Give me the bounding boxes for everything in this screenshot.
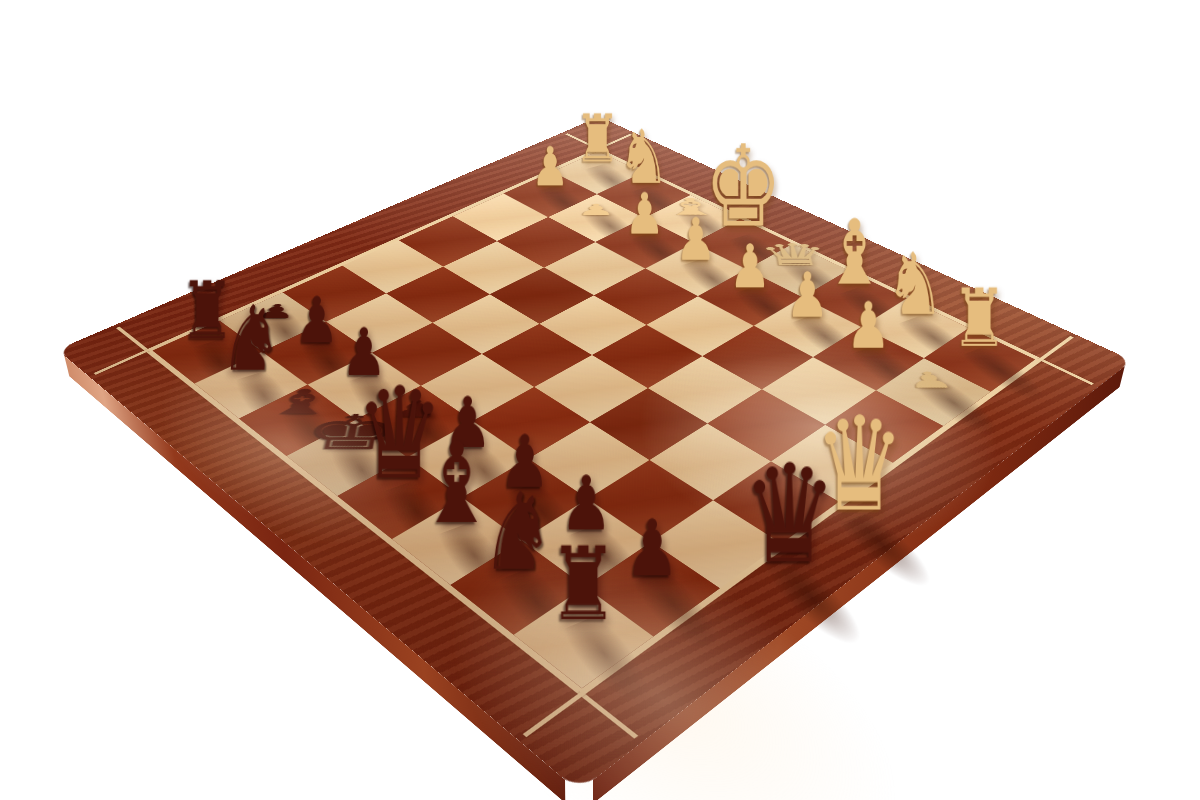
white-bishop-c1[interactable]: ♝ [797, 208, 912, 298]
square-e2[interactable]: ♟ [645, 243, 746, 296]
square-g5[interactable] [386, 267, 490, 323]
square-d3[interactable] [646, 296, 753, 356]
white-king-e1[interactable]: ♚ [689, 131, 798, 244]
white-queen-d1[interactable]: ♛ [737, 240, 853, 270]
white-knight-g1[interactable]: ♞ [592, 120, 695, 195]
white-pawn-h2[interactable]: ♟ [499, 140, 602, 194]
square-f1[interactable]: ♝ [644, 195, 740, 243]
black-rook-a8[interactable]: ♜ [506, 534, 660, 635]
square-e3[interactable] [594, 268, 698, 324]
piece-shadow [730, 285, 815, 339]
white-pawn-e2[interactable]: ♟ [640, 210, 752, 269]
square-h4[interactable] [399, 216, 497, 266]
white-bishop-f1[interactable]: ♝ [638, 195, 745, 218]
photo-canvas: ♜♞♝♚♛♝♞♜♟♟♟♟♟♟♟♟♟♟♟♟♟♟♟♟♜♞♝♚♛♝♞♜ ♛ ♛ [0, 0, 1200, 800]
square-h1[interactable]: ♜ [552, 151, 643, 194]
square-g2[interactable]: ♟ [548, 194, 644, 242]
white-pawn-b2[interactable]: ♟ [807, 294, 929, 358]
square-f5[interactable] [433, 294, 540, 354]
square-g1[interactable]: ♞ [597, 173, 691, 218]
square-e1[interactable]: ♚ [694, 219, 793, 270]
square-e4[interactable] [539, 295, 646, 355]
square-h5[interactable] [342, 240, 443, 293]
scene-3d: ♜♞♝♚♛♝♞♜♟♟♟♟♟♟♟♟♟♟♟♟♟♟♟♟♜♞♝♚♛♝♞♜ ♛ ♛ [0, 0, 1200, 800]
chess-board: ♜♞♝♚♛♝♞♜♟♟♟♟♟♟♟♟♟♟♟♟♟♟♟♟♜♞♝♚♛♝♞♜ ♛ ♛ [57, 117, 1132, 791]
square-g3[interactable] [497, 217, 595, 267]
white-pawn-g2[interactable]: ♟ [543, 202, 649, 218]
square-f4[interactable] [490, 268, 594, 324]
square-f2[interactable]: ♟ [595, 218, 694, 268]
square-h3[interactable] [453, 193, 549, 241]
white-rook-h1[interactable]: ♜ [547, 106, 647, 172]
piece-shadow [725, 232, 805, 281]
square-f3[interactable] [544, 242, 645, 295]
piece-shadow [674, 208, 750, 254]
piece-shadow [626, 232, 703, 280]
square-g4[interactable] [443, 241, 544, 294]
white-pawn-f2[interactable]: ♟ [590, 185, 699, 242]
piece-shadow [626, 185, 699, 229]
black-knight-g8[interactable]: ♞ [188, 294, 313, 384]
piece-shadow [677, 257, 758, 308]
square-h2[interactable]: ♟ [504, 172, 597, 217]
square-a1[interactable]: ♜ [924, 328, 1035, 392]
white-pawn-d2[interactable]: ♟ [693, 236, 808, 296]
square-d2[interactable]: ♟ [698, 269, 802, 325]
piece-shadow [578, 207, 651, 253]
white-rook-a1[interactable]: ♜ [918, 279, 1040, 359]
square-d1[interactable]: ♛ [747, 244, 849, 297]
spare-black-queen[interactable]: ♛ [716, 446, 864, 582]
piece-shadow [581, 163, 651, 204]
square-a8[interactable]: ♜ [514, 587, 654, 689]
piece-shadow [533, 184, 603, 228]
